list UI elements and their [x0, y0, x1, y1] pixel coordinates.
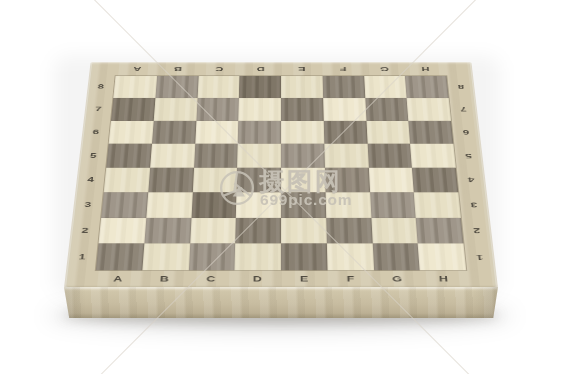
rank-label-left-4: 4	[75, 168, 106, 193]
square-f8	[322, 76, 364, 98]
rank-label-left-1: 1	[66, 244, 98, 271]
file-label-top-e: E	[281, 62, 322, 76]
square-d1	[235, 244, 281, 271]
file-label-bottom-a: A	[94, 270, 142, 288]
square-h2	[416, 218, 464, 244]
stock-photo-canvas: ABCDEFGH8877665544332211ABCDEFGH 摄图网 699…	[0, 0, 562, 374]
file-label-bottom-b: B	[141, 270, 189, 288]
watermark-domain: 699pic.com	[259, 192, 352, 208]
file-label-bottom-e: E	[281, 270, 328, 288]
rank-label-right-4: 4	[456, 168, 487, 193]
square-h7	[407, 98, 451, 121]
square-b5	[150, 144, 195, 168]
square-g2	[371, 218, 418, 244]
square-g7	[365, 98, 409, 121]
square-b6	[152, 120, 196, 143]
rank-label-left-7: 7	[84, 98, 114, 121]
rank-label-right-6: 6	[451, 120, 481, 143]
square-h8	[405, 76, 449, 98]
file-label-top-d: D	[240, 62, 281, 76]
square-a8	[113, 76, 157, 98]
square-h1	[418, 244, 466, 271]
square-a6	[109, 120, 154, 143]
board-front-face	[64, 287, 498, 318]
frame-corner	[466, 270, 498, 288]
square-c5	[194, 144, 238, 168]
rank-label-right-1: 1	[463, 244, 495, 271]
square-e7	[281, 98, 324, 121]
square-a5	[106, 144, 152, 168]
file-label-bottom-h: H	[420, 270, 468, 288]
square-g4	[368, 168, 414, 193]
square-h5	[410, 144, 456, 168]
square-b8	[155, 76, 198, 98]
square-d8	[239, 76, 281, 98]
square-h6	[409, 120, 454, 143]
rank-label-right-2: 2	[461, 218, 493, 244]
rank-label-left-2: 2	[69, 218, 101, 244]
square-a4	[104, 168, 150, 193]
square-d6	[238, 120, 281, 143]
square-a1	[96, 244, 144, 271]
square-a7	[111, 98, 155, 121]
rank-label-left-6: 6	[81, 120, 111, 143]
square-f6	[324, 120, 368, 143]
file-label-top-a: A	[116, 62, 158, 76]
square-b3	[146, 192, 192, 217]
file-label-top-c: C	[198, 62, 240, 76]
square-g1	[372, 244, 420, 271]
square-f5	[324, 144, 368, 168]
watermark-texts: 摄图网 699pic.com	[259, 169, 352, 208]
rank-label-right-8: 8	[446, 76, 475, 98]
square-g8	[364, 76, 407, 98]
square-e2	[281, 218, 327, 244]
square-a3	[101, 192, 148, 217]
square-b1	[142, 244, 190, 271]
square-h3	[414, 192, 461, 217]
watermark: 摄图网 699pic.com	[219, 169, 352, 208]
square-e6	[281, 120, 324, 143]
frame-corner	[445, 62, 473, 76]
frame-corner	[64, 270, 96, 288]
square-h4	[412, 168, 458, 193]
square-c8	[197, 76, 239, 98]
aperture-logo-icon	[219, 170, 255, 206]
file-label-bottom-d: D	[234, 270, 281, 288]
square-g3	[370, 192, 416, 217]
rank-label-left-8: 8	[86, 76, 115, 98]
square-g5	[367, 144, 412, 168]
square-c2	[190, 218, 236, 244]
file-label-top-g: G	[363, 62, 405, 76]
square-b7	[153, 98, 197, 121]
square-b4	[148, 168, 194, 193]
square-g6	[366, 120, 410, 143]
rank-label-right-3: 3	[458, 192, 489, 217]
square-e8	[281, 76, 323, 98]
file-label-top-f: F	[322, 62, 364, 76]
square-e1	[281, 244, 327, 271]
square-a2	[99, 218, 147, 244]
rank-label-right-5: 5	[453, 144, 483, 168]
rank-label-left-3: 3	[72, 192, 103, 217]
square-b2	[144, 218, 191, 244]
rank-label-left-5: 5	[78, 144, 108, 168]
square-d7	[238, 98, 281, 121]
frame-corner	[89, 62, 117, 76]
rank-label-right-7: 7	[449, 98, 479, 121]
